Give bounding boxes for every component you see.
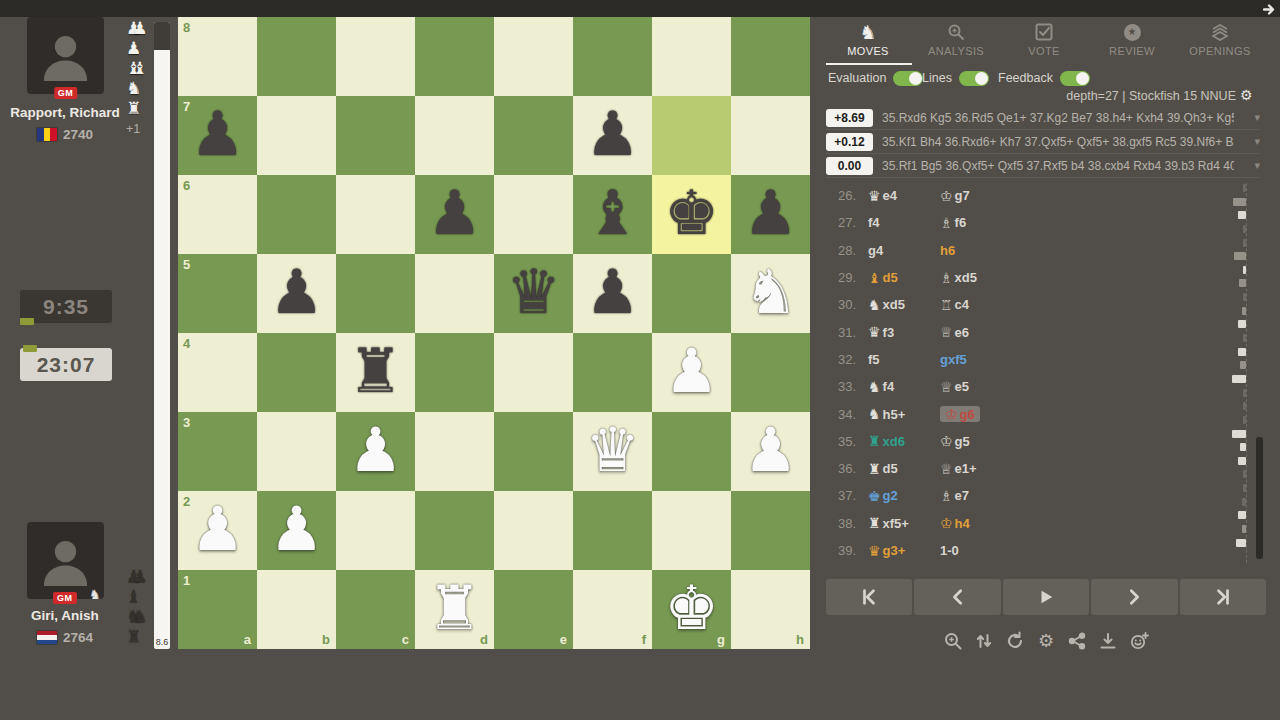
square-c1[interactable]: c	[336, 570, 415, 649]
move-36-black[interactable]: ♕e1+	[940, 461, 1070, 477]
move-text: h5+	[883, 407, 906, 422]
square-g3[interactable]	[652, 412, 731, 491]
tab-label: VOTE	[1028, 45, 1060, 57]
move-row-33: 33.♞f4♕e5	[826, 373, 1236, 400]
evaluation-bar-black-section	[154, 22, 170, 50]
piece-wP-g4[interactable]: ♟	[652, 333, 731, 412]
star-icon: ★	[1124, 22, 1141, 42]
move-text: e6	[955, 325, 969, 340]
square-e8[interactable]	[494, 17, 573, 96]
piece-bB-f6[interactable]: ♝	[573, 175, 652, 254]
square-b8[interactable]	[257, 17, 336, 96]
square-c3[interactable]: ♟	[336, 412, 415, 491]
square-d1[interactable]: d♜	[415, 570, 494, 649]
square-a8[interactable]: 8	[178, 17, 257, 96]
move-number: 38.	[826, 516, 856, 531]
square-a2[interactable]: 2♟	[178, 491, 257, 570]
move-row-36: 36.♜d5♕e1+	[826, 455, 1236, 482]
piece-bQ-e5[interactable]: ♛	[494, 254, 573, 333]
square-h3[interactable]: ♟	[731, 412, 810, 491]
piece-bP-h6[interactable]: ♟	[731, 175, 810, 254]
move-eval-bar	[1243, 470, 1246, 478]
square-f3[interactable]: ♛	[573, 412, 652, 491]
file-label-g: g	[717, 632, 725, 647]
square-b3[interactable]	[257, 412, 336, 491]
engine-eval-badge: +8.69	[826, 109, 873, 127]
tab-moves[interactable]: ♞MOVES	[824, 22, 912, 62]
square-d4[interactable]	[415, 333, 494, 412]
move-eval-bar	[1242, 525, 1246, 533]
move-row-38: 38.♜xf5+♔h4	[826, 510, 1236, 537]
square-g2[interactable]	[652, 491, 731, 570]
engine-line-2[interactable]: +0.1235.Kf1 Bh4 36.Rxd6+ Kh7 37.Qxf5+ Qx…	[826, 130, 1260, 154]
captured-pieces-top: ♟♟♟♝♝♞♜+1	[126, 20, 148, 136]
square-a7[interactable]: 7♟	[178, 96, 257, 175]
rank-label-1: 1	[183, 573, 190, 588]
move-eval-bar	[1239, 279, 1246, 287]
chevron-down-icon[interactable]: ▾	[1254, 159, 1260, 172]
move-text: g3+	[883, 543, 906, 558]
square-e4[interactable]	[494, 333, 573, 412]
evaluation-bar: 8.6	[154, 22, 170, 649]
captured-Nx1-icon: ♞	[126, 80, 141, 97]
square-c8[interactable]	[336, 17, 415, 96]
person-silhouette-icon	[35, 25, 96, 86]
white-N-icon: ♞	[868, 406, 881, 422]
white-B-icon: ♝	[868, 270, 881, 286]
square-f1[interactable]: f	[573, 570, 652, 649]
square-b1[interactable]: b	[257, 570, 336, 649]
selected-move[interactable]: ♔g6	[940, 406, 980, 422]
black-K-icon: ♔	[940, 433, 953, 449]
move-35[interactable]: ♜xd6	[868, 433, 940, 449]
square-b7[interactable]	[257, 96, 336, 175]
file-label-h: h	[796, 632, 804, 647]
chevron-down-icon[interactable]: ▾	[1254, 111, 1260, 124]
move-31[interactable]: ♛f3	[868, 324, 940, 340]
tool-bar: ⚙	[826, 629, 1266, 653]
move-text: e7	[955, 488, 969, 503]
move-eval-bar	[1238, 457, 1246, 465]
move-text: h4	[955, 516, 970, 531]
avatar-bottom-player: GM ♞	[27, 522, 104, 599]
white-R-icon: ♜	[868, 461, 881, 477]
black-K-icon: ♔	[940, 188, 953, 204]
black-B-icon: ♗	[940, 215, 953, 231]
move-eval-bar	[1243, 416, 1246, 424]
piece-bP-f7[interactable]: ♟	[573, 96, 652, 175]
move-30-black[interactable]: ♖c4	[940, 297, 1070, 313]
move-eval-bar	[1238, 320, 1246, 328]
move-text: d5	[883, 461, 898, 476]
move-eval-bar	[1236, 539, 1246, 547]
engine-line-moves: 35.Rxd6 Kg5 36.Rd5 Qe1+ 37.Kg2 Be7 38.h4…	[882, 111, 1234, 125]
file-label-b: b	[322, 632, 330, 647]
magnifier-icon	[947, 22, 965, 42]
reset-icon[interactable]	[1004, 630, 1026, 652]
white-Q-icon: ♛	[868, 543, 881, 559]
square-d2[interactable]	[415, 491, 494, 570]
engine-line-moves: 35.Rf1 Bg5 36.Qxf5+ Qxf5 37.Rxf5 b4 38.c…	[882, 159, 1234, 173]
move-eval-bar	[1238, 511, 1246, 519]
move-number: 39.	[826, 543, 856, 558]
download-icon[interactable]	[1097, 630, 1119, 652]
move-eval-bar	[1243, 402, 1246, 410]
move-text: h6	[940, 243, 955, 258]
move-eval-bar	[1243, 334, 1246, 342]
square-b6[interactable]	[257, 175, 336, 254]
square-c4[interactable]: ♜	[336, 333, 415, 412]
move-38-black[interactable]: ♔h4	[940, 515, 1070, 531]
play-button[interactable]	[1003, 579, 1089, 615]
square-h4[interactable]	[731, 333, 810, 412]
black-B-icon: ♗	[940, 488, 953, 504]
active-tab-underline	[826, 63, 912, 65]
square-d3[interactable]	[415, 412, 494, 491]
white-Q-icon: ♛	[868, 324, 881, 340]
black-K-icon: ♔	[940, 515, 953, 531]
square-c5[interactable]	[336, 254, 415, 333]
move-29[interactable]: ♝d5	[868, 270, 940, 286]
square-c6[interactable]	[336, 175, 415, 254]
captured-Bx1-icon: ♝	[126, 588, 141, 605]
move-row-26: 26.♛e4♔g7	[826, 182, 1236, 209]
go-to-start-button[interactable]	[826, 579, 912, 615]
move-list-scrollbar[interactable]	[1256, 437, 1263, 559]
piece-bP-d6[interactable]: ♟	[415, 175, 494, 254]
square-a4[interactable]: 4	[178, 333, 257, 412]
move-eval-axis	[1246, 183, 1247, 563]
move-text: e5	[955, 379, 969, 394]
bottom-player-rating: 2764	[63, 630, 93, 645]
chevron-down-icon[interactable]: ▾	[1254, 135, 1260, 148]
black-Q-icon: ♕	[940, 461, 953, 477]
move-text: g5	[955, 434, 970, 449]
move-eval-bar	[1243, 266, 1246, 274]
settings-icon[interactable]: ⚙	[1035, 630, 1057, 652]
square-a3[interactable]: 3	[178, 412, 257, 491]
engine-line-3[interactable]: 0.0035.Rf1 Bg5 36.Qxf5+ Qxf5 37.Rxf5 b4 …	[826, 154, 1260, 178]
white-K-icon: ♚	[868, 488, 881, 504]
tab-label: MOVES	[847, 45, 889, 57]
books-icon	[1210, 22, 1230, 42]
move-text: f4	[868, 215, 880, 230]
toggle-label: Feedback	[998, 71, 1053, 85]
piece-wP-c3[interactable]: ♟	[336, 412, 415, 491]
increment-tag-icon	[20, 318, 34, 325]
square-f5[interactable]: ♟	[573, 254, 652, 333]
black-K-icon: ♔	[945, 406, 958, 422]
white-N-icon: ♞	[868, 379, 881, 395]
piece-wQ-f3[interactable]: ♛	[573, 412, 652, 491]
move-33-black[interactable]: ♕e5	[940, 379, 1070, 395]
move-31-black[interactable]: ♕e6	[940, 324, 1070, 340]
tab-vote[interactable]: VOTE	[1000, 22, 1088, 62]
rank-label-3: 3	[183, 415, 190, 430]
tab-label: ANALYSIS	[928, 45, 984, 57]
top-strip	[0, 0, 1280, 17]
move-28-black[interactable]: h6	[940, 243, 1070, 258]
square-d8[interactable]	[415, 17, 494, 96]
square-e3[interactable]	[494, 412, 573, 491]
move-33[interactable]: ♞f4	[868, 379, 940, 395]
move-number: 32.	[826, 352, 856, 367]
move-number: 34.	[826, 407, 856, 422]
move-list: 26.♛e4♔g727.f4♗f628.g4h629.♝d5♗xd530.♞xd…	[826, 182, 1236, 564]
engine-line-1[interactable]: +8.6935.Rxd6 Kg5 36.Rd5 Qe1+ 37.Kg2 Be7 …	[826, 106, 1260, 130]
black-B-icon: ♗	[940, 270, 953, 286]
engine-settings-gear-icon[interactable]: ⚙	[1240, 87, 1253, 103]
square-d6[interactable]: ♟	[415, 175, 494, 254]
move-row-39: 39.♛g3+1-0	[826, 537, 1236, 564]
black-R-icon: ♖	[940, 297, 953, 313]
avatar-top-player: GM	[27, 17, 104, 94]
square-g7[interactable]	[652, 96, 731, 175]
move-29-black[interactable]: ♗xd5	[940, 270, 1070, 286]
move-text: d5	[883, 270, 898, 285]
move-39-black[interactable]: 1-0	[940, 543, 1070, 558]
previous-move-button[interactable]	[914, 579, 1000, 615]
move-eval-bar	[1238, 348, 1246, 356]
move-eval-bar	[1243, 293, 1246, 301]
square-g4[interactable]: ♟	[652, 333, 731, 412]
rank-label-6: 6	[183, 178, 190, 193]
square-g6[interactable]: ♚	[652, 175, 731, 254]
move-number: 36.	[826, 461, 856, 476]
file-label-e: e	[560, 632, 567, 647]
tab-label: OPENINGS	[1189, 45, 1250, 57]
move-eval-bar	[1243, 484, 1246, 492]
square-h1[interactable]: h	[731, 570, 810, 649]
move-eval-bar	[1243, 389, 1246, 397]
move-eval-bar	[1243, 239, 1246, 247]
move-text: xd5	[955, 270, 977, 285]
share-icon[interactable]	[1066, 630, 1088, 652]
move-eval-bar	[1232, 430, 1246, 438]
knight-badge-icon: ♞	[89, 587, 101, 602]
white-R-icon: ♜	[868, 515, 881, 531]
move-eval-bar	[1240, 443, 1246, 451]
move-eval-bar	[1232, 375, 1246, 383]
move-text: xd6	[883, 434, 905, 449]
move-34-black[interactable]: ♔g6	[940, 406, 1070, 422]
clock-top-player: 9:35	[20, 290, 112, 323]
toggle-switch-lines[interactable]	[959, 71, 989, 86]
move-eval-bar	[1243, 225, 1246, 233]
piece-bP-f5[interactable]: ♟	[573, 254, 652, 333]
file-label-f: f	[642, 632, 646, 647]
square-e5[interactable]: ♛	[494, 254, 573, 333]
move-26[interactable]: ♛e4	[868, 188, 940, 204]
tab-review[interactable]: ★REVIEW	[1088, 22, 1176, 62]
black-Q-icon: ♕	[940, 324, 953, 340]
move-37[interactable]: ♚g2	[868, 488, 940, 504]
move-35-black[interactable]: ♔g5	[940, 433, 1070, 449]
move-number: 28.	[826, 243, 856, 258]
file-label-a: a	[244, 632, 251, 647]
toggle-switch-evaluation[interactable]	[893, 71, 923, 86]
square-e2[interactable]	[494, 491, 573, 570]
next-move-button[interactable]	[1091, 579, 1177, 615]
increment-tag-icon	[23, 345, 37, 352]
square-d7[interactable]	[415, 96, 494, 175]
move-27[interactable]: f4	[868, 215, 940, 230]
move-39[interactable]: ♛g3+	[868, 543, 940, 559]
toggle-switch-feedback[interactable]	[1060, 71, 1090, 86]
person-silhouette-icon	[35, 530, 96, 591]
move-eval-bar	[1242, 307, 1246, 315]
square-f2[interactable]	[573, 491, 652, 570]
move-row-34: 34.♞h5+♔g6	[826, 400, 1236, 427]
square-a1[interactable]: 1a	[178, 570, 257, 649]
square-d5[interactable]	[415, 254, 494, 333]
rank-label-7: 7	[183, 99, 190, 114]
move-text: g6	[960, 407, 975, 422]
rank-label-8: 8	[183, 20, 190, 35]
move-38[interactable]: ♜xf5+	[868, 515, 940, 531]
move-number: 27.	[826, 215, 856, 230]
netherlands-flag-icon	[37, 631, 57, 644]
move-row-29: 29.♝d5♗xd5	[826, 264, 1236, 291]
piece-bR-c4[interactable]: ♜	[336, 333, 415, 412]
navigation-bar	[826, 579, 1266, 615]
checkbox-icon	[1035, 22, 1053, 42]
engine-eval-badge: 0.00	[826, 157, 873, 175]
move-number: 31.	[826, 325, 856, 340]
move-row-30: 30.♞xd5♖c4	[826, 291, 1236, 318]
piece-wN-h5[interactable]: ♞	[731, 254, 810, 333]
piece-bK-g6[interactable]: ♚	[652, 175, 731, 254]
file-label-d: d	[480, 632, 488, 647]
square-g1[interactable]: g♚	[652, 570, 731, 649]
square-h8[interactable]	[731, 17, 810, 96]
white-N-icon: ♞	[868, 297, 881, 313]
move-37-black[interactable]: ♗e7	[940, 488, 1070, 504]
piece-wP-b2[interactable]: ♟	[257, 491, 336, 570]
flip-board-icon[interactable]	[973, 630, 995, 652]
square-g8[interactable]	[652, 17, 731, 96]
captured-Px1-icon: ♟	[126, 40, 141, 57]
square-f4[interactable]	[573, 333, 652, 412]
tab-openings[interactable]: OPENINGS	[1176, 22, 1264, 62]
move-30[interactable]: ♞xd5	[868, 297, 940, 313]
move-eval-bar	[1238, 211, 1246, 219]
toggle-knob	[975, 72, 988, 85]
square-b5[interactable]: ♟	[257, 254, 336, 333]
top-player-rating: 2740	[63, 127, 93, 142]
move-row-27: 27.f4♗f6	[826, 209, 1236, 236]
gm-badge: GM	[53, 592, 77, 604]
zoom-icon[interactable]	[942, 630, 964, 652]
move-row-35: 35.♜xd6♔g5	[826, 428, 1236, 455]
square-b2[interactable]: ♟	[257, 491, 336, 570]
move-text: gxf5	[940, 352, 967, 367]
move-text: e4	[883, 188, 897, 203]
square-f7[interactable]: ♟	[573, 96, 652, 175]
piece-bP-b5[interactable]: ♟	[257, 254, 336, 333]
move-32-black[interactable]: gxf5	[940, 352, 1070, 367]
move-row-28: 28.g4h6	[826, 237, 1236, 264]
square-f6[interactable]: ♝	[573, 175, 652, 254]
move-text: f4	[883, 379, 895, 394]
file-label-c: c	[402, 632, 409, 647]
knight-icon: ♞	[859, 22, 876, 42]
move-eval-bar	[1234, 252, 1246, 260]
square-b4[interactable]	[257, 333, 336, 412]
square-a6[interactable]: 6	[178, 175, 257, 254]
move-text: e1+	[955, 461, 977, 476]
move-36[interactable]: ♜d5	[868, 461, 940, 477]
tab-analysis[interactable]: ANALYSIS	[912, 22, 1000, 62]
go-to-end-button[interactable]	[1180, 579, 1266, 615]
evaluation-value: 8.6	[154, 637, 170, 647]
toggle-knob	[909, 72, 922, 85]
move-number: 29.	[826, 270, 856, 285]
piece-wP-h3[interactable]: ♟	[731, 412, 810, 491]
move-number: 26.	[826, 188, 856, 203]
move-text: f3	[883, 325, 895, 340]
square-c2[interactable]	[336, 491, 415, 570]
captured-Rx1-icon: ♜	[126, 100, 141, 117]
square-h7[interactable]	[731, 96, 810, 175]
move-text: c4	[955, 297, 969, 312]
move-row-32: 32.f5gxf5	[826, 346, 1236, 373]
move-text: g7	[955, 188, 970, 203]
move-34[interactable]: ♞h5+	[868, 406, 940, 422]
rank-label-5: 5	[183, 257, 190, 272]
move-number: 35.	[826, 434, 856, 449]
move-eval-bar	[1240, 361, 1246, 369]
add-reaction-icon[interactable]	[1128, 630, 1150, 652]
square-e7[interactable]	[494, 96, 573, 175]
square-h5[interactable]: ♞	[731, 254, 810, 333]
engine-eval-badge: +0.12	[826, 133, 873, 151]
square-g5[interactable]	[652, 254, 731, 333]
move-32[interactable]: f5	[868, 352, 940, 367]
square-e1[interactable]: e	[494, 570, 573, 649]
square-f8[interactable]	[573, 17, 652, 96]
engine-status: depth=27 | Stockfish 15 NNUE	[860, 89, 1236, 103]
square-c7[interactable]	[336, 96, 415, 175]
move-text: 1-0	[940, 543, 959, 558]
white-Q-icon: ♛	[868, 188, 881, 204]
move-number: 30.	[826, 297, 856, 312]
romania-flag-icon	[37, 128, 57, 141]
move-27-black[interactable]: ♗f6	[940, 215, 1070, 231]
move-eval-bar	[1233, 198, 1246, 206]
toggle-feedback: Feedback	[998, 70, 1090, 86]
tab-label: REVIEW	[1109, 45, 1155, 57]
toggle-label: Lines	[922, 71, 952, 85]
move-text: xf5+	[883, 516, 909, 531]
white-R-icon: ♜	[868, 433, 881, 449]
captured-pieces-bottom: ♟♟♝♞♞♜	[126, 568, 148, 645]
move-26-black[interactable]: ♔g7	[940, 188, 1070, 204]
move-28[interactable]: g4	[868, 243, 940, 258]
clock-bottom-player: 23:07	[20, 348, 112, 381]
square-h2[interactable]	[731, 491, 810, 570]
panel-collapse-arrow-icon[interactable]	[1263, 2, 1277, 15]
move-row-31: 31.♛f3♕e6	[826, 318, 1236, 345]
engine-line-moves: 35.Kf1 Bh4 36.Rxd6+ Kh7 37.Qxf5+ Qxf5+ 3…	[882, 135, 1234, 149]
square-e6[interactable]	[494, 175, 573, 254]
toggle-label: Evaluation	[828, 71, 886, 85]
toggle-evaluation: Evaluation	[828, 70, 923, 86]
material-advantage: +1	[126, 120, 140, 136]
square-h6[interactable]: ♟	[731, 175, 810, 254]
square-a5[interactable]: 5	[178, 254, 257, 333]
move-text: f6	[955, 215, 967, 230]
